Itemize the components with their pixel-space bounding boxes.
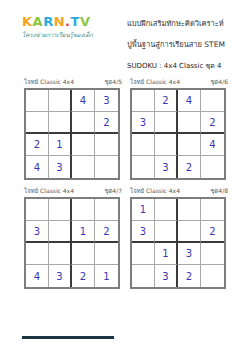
sudoku-cell[interactable] (72, 112, 95, 134)
grid-set-label: ชุด4/5 (104, 77, 122, 87)
worksheet-subtitle: ปูพื้นฐานสู่การเรียนสาย STEM (127, 38, 247, 50)
sudoku-cell[interactable] (132, 134, 155, 156)
footer-divider (22, 336, 114, 339)
sudoku-cell[interactable] (26, 90, 49, 112)
sudoku-cell[interactable] (95, 156, 118, 178)
logo-letter: A (33, 14, 44, 29)
sudoku-cell: 3 (132, 221, 155, 243)
sudoku-cell: 2 (72, 265, 95, 287)
logo-letter: R (43, 14, 54, 29)
sudoku-cell: 2 (201, 112, 224, 134)
sudoku-cell: 4 (26, 156, 49, 178)
sudoku-cell[interactable] (72, 243, 95, 265)
grid-header: โจทย์ Classic 4x4 ชุด4/7 (24, 186, 122, 196)
sudoku-cell[interactable] (155, 134, 178, 156)
sudoku-block-2: โจทย์ Classic 4x4 ชุด4/6 2 4 3 2 4 3 2 (130, 77, 228, 180)
sudoku-cell[interactable] (49, 243, 72, 265)
sudoku-cell[interactable] (178, 199, 201, 221)
sudoku-cell[interactable] (26, 112, 49, 134)
sudoku-cell: 2 (201, 221, 224, 243)
sudoku-cell[interactable] (201, 156, 224, 178)
sudoku-cell: 1 (95, 265, 118, 287)
sudoku-cell: 3 (49, 265, 72, 287)
grid-title: โจทย์ Classic 4x4 (130, 77, 180, 87)
sudoku-board-2: 2 4 3 2 4 3 2 (130, 88, 226, 180)
logo-letter: T (71, 14, 80, 29)
sudoku-cell: 3 (49, 156, 72, 178)
sudoku-cell: 3 (155, 265, 178, 287)
worksheet-topic: SUDOKU : 4x4 Classic ชุด 4 (127, 60, 247, 71)
grid-header: โจทย์ Classic 4x4 ชุด4/5 (24, 77, 122, 87)
logo-letter: K (22, 14, 33, 29)
worksheet-page: KARN.TV โครงข่ายการเรียนรู้ของเด็ก แบบฝึ… (0, 0, 250, 354)
sudoku-cell[interactable] (201, 265, 224, 287)
sudoku-cell[interactable] (132, 156, 155, 178)
sudoku-cell: 3 (95, 90, 118, 112)
sudoku-cell: 1 (72, 221, 95, 243)
grid-header: โจทย์ Classic 4x4 ชุด4/8 (130, 186, 228, 196)
sudoku-board-3: 3 1 2 4 3 2 1 (24, 197, 120, 289)
sudoku-cell: 3 (26, 221, 49, 243)
sudoku-cell: 3 (178, 243, 201, 265)
sudoku-cell: 3 (155, 156, 178, 178)
sudoku-cell: 2 (95, 221, 118, 243)
sudoku-cell: 2 (155, 90, 178, 112)
sudoku-cell[interactable] (49, 199, 72, 221)
sudoku-cell[interactable] (178, 112, 201, 134)
sudoku-cell[interactable] (72, 134, 95, 156)
sudoku-cell[interactable] (49, 112, 72, 134)
sudoku-cell[interactable] (201, 243, 224, 265)
sudoku-cell[interactable] (49, 90, 72, 112)
sudoku-cell[interactable] (132, 243, 155, 265)
logo-tagline: โครงข่ายการเรียนรู้ของเด็ก (22, 30, 93, 40)
sudoku-cell[interactable] (72, 199, 95, 221)
sudoku-cell[interactable] (95, 243, 118, 265)
karn-tv-logo: KARN.TV โครงข่ายการเรียนรู้ของเด็ก (22, 15, 93, 40)
sudoku-cell[interactable] (26, 243, 49, 265)
sudoku-cell: 2 (178, 265, 201, 287)
sudoku-cell[interactable] (155, 221, 178, 243)
grid-header: โจทย์ Classic 4x4 ชุด4/6 (130, 77, 228, 87)
sudoku-cell: 1 (132, 199, 155, 221)
sudoku-cell[interactable] (49, 221, 72, 243)
sudoku-cell[interactable] (132, 265, 155, 287)
grid-set-label: ชุด4/7 (104, 186, 122, 196)
logo-letter: V (80, 14, 91, 29)
sudoku-cell[interactable] (178, 134, 201, 156)
sudoku-cell[interactable] (95, 134, 118, 156)
sudoku-cell[interactable] (201, 90, 224, 112)
worksheet-title: แบบฝึกเสริมทักษะคิดวิเคราะห์ (127, 17, 247, 29)
sudoku-cell[interactable] (72, 156, 95, 178)
logo-text: KARN.TV (22, 15, 93, 28)
sudoku-cell: 4 (178, 90, 201, 112)
grid-title: โจทย์ Classic 4x4 (24, 77, 74, 87)
sudoku-cell[interactable] (95, 199, 118, 221)
sudoku-cell: 1 (155, 243, 178, 265)
grid-set-label: ชุด4/6 (210, 77, 228, 87)
sudoku-cell: 2 (26, 134, 49, 156)
worksheet-header: แบบฝึกเสริมทักษะคิดวิเคราะห์ ปูพื้นฐานสู… (127, 17, 247, 71)
grid-set-label: ชุด4/8 (210, 186, 228, 196)
sudoku-block-4: โจทย์ Classic 4x4 ชุด4/8 1 3 2 1 3 3 2 (130, 186, 228, 289)
sudoku-board-4: 1 3 2 1 3 3 2 (130, 197, 226, 289)
sudoku-cell[interactable] (26, 199, 49, 221)
sudoku-cell: 4 (72, 90, 95, 112)
sudoku-board-1: 4 3 2 2 1 4 3 (24, 88, 120, 180)
sudoku-cell: 2 (178, 156, 201, 178)
sudoku-cell: 4 (26, 265, 49, 287)
sudoku-cell[interactable] (201, 199, 224, 221)
grid-title: โจทย์ Classic 4x4 (130, 186, 180, 196)
sudoku-cell[interactable] (178, 221, 201, 243)
sudoku-block-3: โจทย์ Classic 4x4 ชุด4/7 3 1 2 4 3 2 1 (24, 186, 122, 289)
sudoku-cell[interactable] (155, 199, 178, 221)
sudoku-cell: 3 (132, 112, 155, 134)
sudoku-cell: 1 (49, 134, 72, 156)
logo-letter: N (54, 14, 65, 29)
sudoku-cell[interactable] (132, 90, 155, 112)
grid-title: โจทย์ Classic 4x4 (24, 186, 74, 196)
sudoku-cell[interactable] (155, 112, 178, 134)
sudoku-cell: 2 (95, 112, 118, 134)
sudoku-block-1: โจทย์ Classic 4x4 ชุด4/5 4 3 2 2 1 4 3 (24, 77, 122, 180)
sudoku-cell: 4 (201, 134, 224, 156)
